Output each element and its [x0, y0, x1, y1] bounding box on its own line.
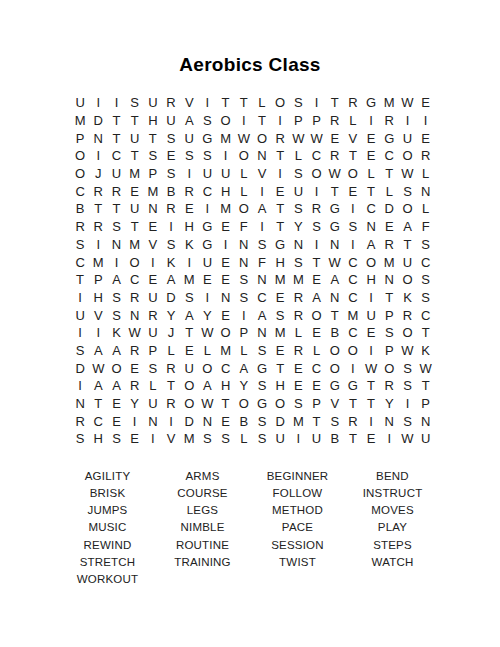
- word-item-training: TRAINING: [155, 554, 250, 571]
- word-item-method: METHOD: [250, 502, 345, 519]
- grid-cell-r15c13: R: [289, 342, 307, 360]
- grid-cell-r14c19: O: [398, 324, 416, 342]
- grid-cell-r2c9: O: [217, 112, 235, 130]
- grid-cell-r18c14: P: [307, 395, 325, 413]
- grid-cell-r15c14: L: [307, 342, 325, 360]
- word-item-instruct: INSTRUCT: [345, 485, 440, 502]
- grid-cell-r16c9: C: [217, 359, 235, 377]
- grid-cell-r20c6: V: [162, 430, 180, 448]
- grid-cell-r10c1: C: [71, 253, 89, 271]
- grid-cell-r2c16: L: [344, 112, 362, 130]
- grid-cell-r14c16: C: [344, 324, 362, 342]
- grid-cell-r20c20: U: [417, 430, 435, 448]
- grid-cell-r16c18: O: [380, 359, 398, 377]
- grid-cell-r2c2: D: [89, 112, 107, 130]
- grid-cell-r14c15: B: [326, 324, 344, 342]
- grid-cell-r15c8: L: [198, 342, 216, 360]
- grid-cell-r6c17: T: [362, 182, 380, 200]
- grid-cell-r18c10: O: [235, 395, 253, 413]
- grid-cell-r4c15: R: [326, 147, 344, 165]
- grid-cell-r18c8: W: [198, 395, 216, 413]
- grid-cell-r9c2: I: [89, 236, 107, 254]
- grid-cell-r10c2: M: [89, 253, 107, 271]
- grid-cell-r18c7: O: [180, 395, 198, 413]
- grid-cell-r2c1: M: [71, 112, 89, 130]
- grid-cell-r12c2: H: [89, 289, 107, 307]
- grid-cell-r1c8: I: [198, 94, 216, 112]
- grid-cell-r3c2: N: [89, 129, 107, 147]
- grid-cell-r3c18: G: [380, 129, 398, 147]
- word-item-legs: LEGS: [155, 502, 250, 519]
- grid-cell-r8c5: E: [144, 218, 162, 236]
- grid-cell-r11c3: A: [107, 271, 125, 289]
- grid-cell-r17c5: L: [144, 377, 162, 395]
- grid-cell-r5c18: T: [380, 165, 398, 183]
- grid-cell-r12c8: I: [198, 289, 216, 307]
- grid-cell-r17c10: Y: [235, 377, 253, 395]
- grid-cell-r19c17: I: [362, 412, 380, 430]
- grid-cell-r13c5: R: [144, 306, 162, 324]
- grid-cell-r14c13: L: [289, 324, 307, 342]
- grid-cell-r9c12: G: [271, 236, 289, 254]
- grid-cell-r10c20: C: [417, 253, 435, 271]
- grid-cell-r14c20: T: [417, 324, 435, 342]
- grid-cell-r16c8: O: [198, 359, 216, 377]
- word-item-beginner: BEGINNER: [250, 468, 345, 485]
- grid-cell-r15c3: A: [107, 342, 125, 360]
- grid-cell-r15c11: S: [253, 342, 271, 360]
- grid-cell-r17c1: I: [71, 377, 89, 395]
- grid-cell-r5c8: U: [198, 165, 216, 183]
- grid-cell-r4c1: O: [71, 147, 89, 165]
- grid-cell-r5c19: W: [398, 165, 416, 183]
- grid-cell-r7c1: B: [71, 200, 89, 218]
- grid-cell-r13c11: A: [253, 306, 271, 324]
- grid-cell-r11c2: P: [89, 271, 107, 289]
- grid-cell-r2c7: A: [180, 112, 198, 130]
- grid-cell-r8c19: A: [398, 218, 416, 236]
- grid-cell-r12c4: R: [126, 289, 144, 307]
- grid-cell-r11c17: H: [362, 271, 380, 289]
- grid-cell-r8c1: R: [71, 218, 89, 236]
- grid-cell-r13c3: S: [107, 306, 125, 324]
- grid-cell-r2c18: R: [380, 112, 398, 130]
- grid-cell-r19c8: N: [198, 412, 216, 430]
- grid-cell-r15c16: O: [344, 342, 362, 360]
- grid-cell-r20c2: H: [89, 430, 107, 448]
- grid-cell-r12c15: N: [326, 289, 344, 307]
- grid-cell-r3c17: E: [362, 129, 380, 147]
- grid-cell-r6c6: B: [162, 182, 180, 200]
- grid-cell-r1c4: S: [126, 94, 144, 112]
- grid-cell-r11c14: E: [307, 271, 325, 289]
- grid-cell-r9c19: T: [398, 236, 416, 254]
- grid-cell-r13c17: U: [362, 306, 380, 324]
- grid-cell-r13c19: R: [398, 306, 416, 324]
- grid-cell-r10c10: N: [235, 253, 253, 271]
- grid-cell-r15c4: R: [126, 342, 144, 360]
- grid-cell-r2c6: U: [162, 112, 180, 130]
- grid-cell-r18c15: V: [326, 395, 344, 413]
- grid-cell-r2c20: I: [417, 112, 435, 130]
- grid-cell-r5c9: U: [217, 165, 235, 183]
- grid-cell-r11c20: S: [417, 271, 435, 289]
- grid-cell-r18c5: U: [144, 395, 162, 413]
- grid-cell-r7c12: T: [271, 200, 289, 218]
- grid-cell-r10c9: E: [217, 253, 235, 271]
- grid-cell-r2c4: T: [126, 112, 144, 130]
- letter-grid: UIISURVITTLOSITRGMWEMDTTHUASOITIPPRLIRII…: [71, 94, 435, 448]
- grid-cell-r16c3: O: [107, 359, 125, 377]
- grid-cell-r19c5: N: [144, 412, 162, 430]
- grid-cell-r14c1: I: [71, 324, 89, 342]
- grid-cell-r9c14: I: [307, 236, 325, 254]
- grid-cell-r8c13: Y: [289, 218, 307, 236]
- word-item-rewind: REWIND: [60, 537, 155, 554]
- grid-cell-r17c19: S: [398, 377, 416, 395]
- word-item-agility: AGILITY: [60, 468, 155, 485]
- grid-cell-r14c14: E: [307, 324, 325, 342]
- word-item-workout: WORKOUT: [60, 571, 155, 588]
- grid-cell-r16c14: C: [307, 359, 325, 377]
- grid-cell-r4c16: T: [344, 147, 362, 165]
- grid-cell-r19c3: E: [107, 412, 125, 430]
- grid-cell-r20c3: S: [107, 430, 125, 448]
- word-item-follow: FOLLOW: [250, 485, 345, 502]
- grid-cell-r10c12: H: [271, 253, 289, 271]
- grid-cell-r17c3: A: [107, 377, 125, 395]
- grid-cell-r9c8: G: [198, 236, 216, 254]
- grid-cell-r9c9: I: [217, 236, 235, 254]
- grid-cell-r17c17: T: [362, 377, 380, 395]
- grid-cell-r16c11: G: [253, 359, 271, 377]
- grid-cell-r11c9: E: [217, 271, 235, 289]
- grid-cell-r18c20: P: [417, 395, 435, 413]
- grid-cell-r20c9: S: [217, 430, 235, 448]
- grid-cell-r15c5: P: [144, 342, 162, 360]
- grid-cell-r13c16: M: [344, 306, 362, 324]
- grid-cell-r16c4: E: [126, 359, 144, 377]
- grid-cell-r11c18: N: [380, 271, 398, 289]
- grid-cell-r4c4: T: [126, 147, 144, 165]
- grid-cell-r8c4: T: [126, 218, 144, 236]
- grid-cell-r4c2: I: [89, 147, 107, 165]
- grid-cell-r12c6: D: [162, 289, 180, 307]
- grid-cell-r8c10: F: [235, 218, 253, 236]
- grid-cell-r10c7: I: [180, 253, 198, 271]
- grid-cell-r7c6: R: [162, 200, 180, 218]
- grid-cell-r7c11: A: [253, 200, 271, 218]
- grid-cell-r18c17: T: [362, 395, 380, 413]
- grid-cell-r13c10: I: [235, 306, 253, 324]
- grid-cell-r7c3: T: [107, 200, 125, 218]
- grid-cell-r11c13: M: [289, 271, 307, 289]
- grid-cell-r7c10: O: [235, 200, 253, 218]
- grid-cell-r19c7: D: [180, 412, 198, 430]
- grid-cell-r13c9: E: [217, 306, 235, 324]
- grid-cell-r15c19: W: [398, 342, 416, 360]
- grid-cell-r9c5: V: [144, 236, 162, 254]
- grid-cell-r4c18: C: [380, 147, 398, 165]
- grid-cell-r6c4: E: [126, 182, 144, 200]
- grid-cell-r5c3: U: [107, 165, 125, 183]
- word-item-steps: STEPS: [345, 537, 440, 554]
- grid-cell-r12c13: R: [289, 289, 307, 307]
- grid-cell-r17c16: G: [344, 377, 362, 395]
- grid-cell-r8c17: N: [362, 218, 380, 236]
- grid-cell-r5c4: M: [126, 165, 144, 183]
- grid-cell-r2c8: S: [198, 112, 216, 130]
- grid-cell-r18c18: Y: [380, 395, 398, 413]
- grid-cell-r20c7: M: [180, 430, 198, 448]
- grid-cell-r7c2: T: [89, 200, 107, 218]
- grid-cell-r12c3: S: [107, 289, 125, 307]
- grid-cell-r17c8: A: [198, 377, 216, 395]
- grid-cell-r6c13: U: [289, 182, 307, 200]
- grid-cell-r20c1: S: [71, 430, 89, 448]
- grid-cell-r13c20: C: [417, 306, 435, 324]
- grid-cell-r8c6: I: [162, 218, 180, 236]
- grid-cell-r12c19: K: [398, 289, 416, 307]
- grid-cell-r17c18: R: [380, 377, 398, 395]
- grid-cell-r10c5: I: [144, 253, 162, 271]
- grid-cell-r12c5: U: [144, 289, 162, 307]
- grid-cell-r5c5: P: [144, 165, 162, 183]
- grid-cell-r20c4: E: [126, 430, 144, 448]
- grid-cell-r7c18: D: [380, 200, 398, 218]
- grid-cell-r5c2: J: [89, 165, 107, 183]
- grid-cell-r19c1: R: [71, 412, 89, 430]
- grid-cell-r5c1: O: [71, 165, 89, 183]
- grid-cell-r1c15: T: [326, 94, 344, 112]
- grid-cell-r5c7: I: [180, 165, 198, 183]
- grid-cell-r1c17: G: [362, 94, 380, 112]
- grid-cell-r19c13: M: [289, 412, 307, 430]
- grid-cell-r8c12: T: [271, 218, 289, 236]
- grid-cell-r5c15: W: [326, 165, 344, 183]
- grid-cell-r14c7: T: [180, 324, 198, 342]
- word-item-jumps: JUMPS: [60, 502, 155, 519]
- grid-cell-r19c20: N: [417, 412, 435, 430]
- grid-cell-r19c6: I: [162, 412, 180, 430]
- grid-cell-r19c14: T: [307, 412, 325, 430]
- grid-cell-r9c10: N: [235, 236, 253, 254]
- grid-cell-r2c5: H: [144, 112, 162, 130]
- grid-cell-r3c3: T: [107, 129, 125, 147]
- grid-cell-r14c9: O: [217, 324, 235, 342]
- grid-cell-r16c6: R: [162, 359, 180, 377]
- grid-cell-r1c16: R: [344, 94, 362, 112]
- grid-cell-r13c12: S: [271, 306, 289, 324]
- grid-cell-r7c4: U: [126, 200, 144, 218]
- grid-cell-r15c6: L: [162, 342, 180, 360]
- grid-cell-r4c12: T: [271, 147, 289, 165]
- grid-cell-r10c18: M: [380, 253, 398, 271]
- grid-cell-r19c16: R: [344, 412, 362, 430]
- grid-cell-r16c10: A: [235, 359, 253, 377]
- grid-cell-r19c11: S: [253, 412, 271, 430]
- grid-cell-r9c4: M: [126, 236, 144, 254]
- grid-cell-r15c12: E: [271, 342, 289, 360]
- grid-cell-r9c18: R: [380, 236, 398, 254]
- grid-cell-r6c12: E: [271, 182, 289, 200]
- grid-cell-r16c13: E: [289, 359, 307, 377]
- grid-cell-r20c13: I: [289, 430, 307, 448]
- grid-cell-r12c18: T: [380, 289, 398, 307]
- grid-cell-r10c4: O: [126, 253, 144, 271]
- grid-cell-r7c16: I: [344, 200, 362, 218]
- grid-cell-r12c12: E: [271, 289, 289, 307]
- grid-cell-r18c16: T: [344, 395, 362, 413]
- worksheet-page: Aerobics Class UIISURVITTLOSITRGMWEMDTTH…: [0, 0, 500, 647]
- grid-cell-r17c7: O: [180, 377, 198, 395]
- grid-cell-r3c19: U: [398, 129, 416, 147]
- grid-cell-r6c16: E: [344, 182, 362, 200]
- grid-cell-r6c11: I: [253, 182, 271, 200]
- grid-cell-r11c1: T: [71, 271, 89, 289]
- grid-cell-r4c17: E: [362, 147, 380, 165]
- grid-cell-r6c15: T: [326, 182, 344, 200]
- grid-cell-r6c10: L: [235, 182, 253, 200]
- word-item-arms: ARMS: [155, 468, 250, 485]
- grid-cell-r14c5: U: [144, 324, 162, 342]
- grid-cell-r2c15: R: [326, 112, 344, 130]
- grid-cell-r5c14: O: [307, 165, 325, 183]
- grid-cell-r6c18: L: [380, 182, 398, 200]
- grid-cell-r7c19: O: [398, 200, 416, 218]
- grid-cell-r17c2: A: [89, 377, 107, 395]
- grid-cell-r2c3: T: [107, 112, 125, 130]
- grid-cell-r8c15: G: [326, 218, 344, 236]
- grid-cell-r20c16: T: [344, 430, 362, 448]
- grid-cell-r9c1: S: [71, 236, 89, 254]
- grid-cell-r3c10: W: [235, 129, 253, 147]
- grid-cell-r10c6: K: [162, 253, 180, 271]
- word-item-course: COURSE: [155, 485, 250, 502]
- grid-cell-r1c12: O: [271, 94, 289, 112]
- grid-cell-r19c15: S: [326, 412, 344, 430]
- grid-cell-r1c7: V: [180, 94, 198, 112]
- grid-cell-r19c12: D: [271, 412, 289, 430]
- grid-cell-r3c16: V: [344, 129, 362, 147]
- grid-cell-r17c11: S: [253, 377, 271, 395]
- word-item-bend: BEND: [345, 468, 440, 485]
- word-item-moves: MOVES: [345, 502, 440, 519]
- grid-cell-r9c11: S: [253, 236, 271, 254]
- grid-cell-r2c11: T: [253, 112, 271, 130]
- grid-cell-r8c11: I: [253, 218, 271, 236]
- grid-cell-r15c9: M: [217, 342, 235, 360]
- grid-cell-r1c18: M: [380, 94, 398, 112]
- grid-cell-r16c19: S: [398, 359, 416, 377]
- grid-cell-r7c15: G: [326, 200, 344, 218]
- grid-cell-r20c19: W: [398, 430, 416, 448]
- grid-cell-r3c6: S: [162, 129, 180, 147]
- grid-cell-r3c7: U: [180, 129, 198, 147]
- grid-cell-r1c13: S: [289, 94, 307, 112]
- grid-cell-r2c19: I: [398, 112, 416, 130]
- grid-cell-r14c18: S: [380, 324, 398, 342]
- grid-cell-r13c4: N: [126, 306, 144, 324]
- grid-cell-r15c17: I: [362, 342, 380, 360]
- grid-cell-r16c15: O: [326, 359, 344, 377]
- grid-cell-r9c16: I: [344, 236, 362, 254]
- grid-cell-r9c6: S: [162, 236, 180, 254]
- grid-cell-r20c5: I: [144, 430, 162, 448]
- word-list: AGILITYARMSBEGINNERBENDBRISKCOURSEFOLLOW…: [60, 468, 440, 588]
- grid-cell-r4c20: R: [417, 147, 435, 165]
- grid-cell-r7c7: E: [180, 200, 198, 218]
- grid-cell-r3c20: E: [417, 129, 435, 147]
- grid-cell-r14c17: E: [362, 324, 380, 342]
- grid-cell-r4c13: L: [289, 147, 307, 165]
- grid-cell-r18c9: T: [217, 395, 235, 413]
- grid-cell-r16c12: T: [271, 359, 289, 377]
- grid-cell-r13c6: Y: [162, 306, 180, 324]
- grid-cell-r4c7: S: [180, 147, 198, 165]
- grid-cell-r3c4: U: [126, 129, 144, 147]
- grid-cell-r5c20: L: [417, 165, 435, 183]
- grid-cell-r6c2: R: [89, 182, 107, 200]
- grid-cell-r14c12: M: [271, 324, 289, 342]
- grid-cell-r4c14: C: [307, 147, 325, 165]
- grid-cell-r1c14: I: [307, 94, 325, 112]
- grid-cell-r18c6: R: [162, 395, 180, 413]
- grid-cell-r20c14: U: [307, 430, 325, 448]
- grid-cell-r10c17: O: [362, 253, 380, 271]
- grid-cell-r13c15: T: [326, 306, 344, 324]
- grid-cell-r5c12: I: [271, 165, 289, 183]
- word-item-play: PLAY: [345, 520, 440, 537]
- grid-cell-r18c12: O: [271, 395, 289, 413]
- grid-cell-r15c7: E: [180, 342, 198, 360]
- grid-cell-r9c3: N: [107, 236, 125, 254]
- grid-cell-r12c14: A: [307, 289, 325, 307]
- grid-cell-r7c8: I: [198, 200, 216, 218]
- grid-cell-r20c18: I: [380, 430, 398, 448]
- grid-cell-r6c1: C: [71, 182, 89, 200]
- grid-cell-r17c9: H: [217, 377, 235, 395]
- grid-cell-r5c11: V: [253, 165, 271, 183]
- grid-cell-r1c2: I: [89, 94, 107, 112]
- word-item-session: SESSION: [250, 537, 345, 554]
- grid-cell-r20c8: S: [198, 430, 216, 448]
- word-item-brisk: BRISK: [60, 485, 155, 502]
- grid-cell-r10c15: W: [326, 253, 344, 271]
- grid-cell-r10c11: F: [253, 253, 271, 271]
- grid-cell-r11c16: C: [344, 271, 362, 289]
- grid-cell-r12c11: C: [253, 289, 271, 307]
- grid-cell-r8c20: F: [417, 218, 435, 236]
- grid-cell-r9c13: N: [289, 236, 307, 254]
- grid-cell-r19c10: B: [235, 412, 253, 430]
- grid-cell-r20c10: L: [235, 430, 253, 448]
- grid-cell-r3c11: O: [253, 129, 271, 147]
- grid-cell-r17c4: R: [126, 377, 144, 395]
- grid-cell-r14c3: K: [107, 324, 125, 342]
- grid-cell-r2c17: I: [362, 112, 380, 130]
- grid-cell-r12c1: I: [71, 289, 89, 307]
- grid-cell-r4c11: N: [253, 147, 271, 165]
- grid-cell-r3c13: W: [289, 129, 307, 147]
- word-item-music: MUSIC: [60, 520, 155, 537]
- grid-cell-r11c6: A: [162, 271, 180, 289]
- grid-cell-r9c15: N: [326, 236, 344, 254]
- grid-cell-r14c10: P: [235, 324, 253, 342]
- grid-cell-r15c20: K: [417, 342, 435, 360]
- grid-cell-r18c13: S: [289, 395, 307, 413]
- grid-cell-r11c15: A: [326, 271, 344, 289]
